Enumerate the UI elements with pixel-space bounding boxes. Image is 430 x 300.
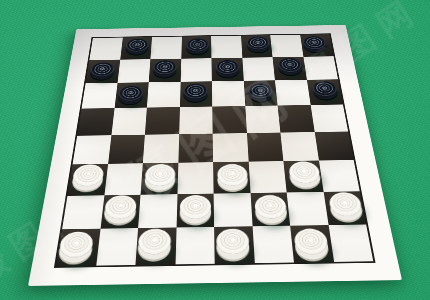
square-d4[interactable] [178,133,213,162]
black-piece[interactable] [248,83,273,99]
square-d6[interactable] [180,81,213,107]
white-piece[interactable] [294,228,330,254]
square-c8[interactable] [150,37,181,59]
white-piece[interactable] [58,231,94,257]
black-piece[interactable] [183,83,207,99]
square-e2[interactable] [214,193,253,227]
square-g1[interactable] [290,225,333,262]
white-piece[interactable] [288,162,321,184]
square-f7[interactable] [242,57,275,81]
white-piece[interactable] [254,195,287,219]
square-h5[interactable] [310,104,348,131]
square-g5[interactable] [278,105,315,132]
square-b1[interactable] [96,228,138,265]
square-f2[interactable] [250,192,290,226]
square-b7[interactable] [117,59,150,83]
square-h4[interactable] [314,131,353,160]
square-f8[interactable] [241,35,273,57]
black-piece[interactable] [246,36,269,50]
square-b2[interactable] [100,195,140,229]
square-h2[interactable] [323,191,366,225]
square-e7[interactable] [211,58,243,82]
photo-frame: 摄图网 摄图网 摄图网 [0,0,430,300]
square-c3[interactable] [141,163,178,195]
square-a6[interactable] [82,83,118,109]
square-e8[interactable] [211,36,242,58]
black-piece[interactable] [278,58,303,73]
square-c2[interactable] [138,194,177,228]
square-a8[interactable] [89,38,122,60]
square-a2[interactable] [62,195,104,229]
black-piece[interactable] [153,60,177,75]
square-a4[interactable] [73,135,112,165]
square-h8[interactable] [300,34,334,56]
square-f3[interactable] [248,161,286,193]
white-piece[interactable] [328,192,363,216]
square-a1[interactable] [56,229,100,266]
square-c1[interactable] [135,228,176,265]
white-piece[interactable] [72,164,105,186]
square-a5[interactable] [77,108,114,135]
square-b5[interactable] [111,107,147,134]
square-c5[interactable] [145,107,180,134]
square-f4[interactable] [247,132,284,161]
square-h7[interactable] [303,56,338,80]
square-f5[interactable] [245,105,280,132]
black-piece[interactable] [118,85,143,101]
board-grid [54,33,376,267]
square-h3[interactable] [319,160,360,192]
square-g6[interactable] [275,80,310,106]
square-e1[interactable] [214,227,254,264]
square-h1[interactable] [328,225,373,262]
black-piece[interactable] [125,39,148,53]
square-h6[interactable] [307,79,343,104]
white-piece[interactable] [179,195,211,219]
black-piece[interactable] [311,81,337,97]
square-b3[interactable] [104,163,143,195]
black-piece[interactable] [302,36,326,50]
square-a3[interactable] [67,164,107,196]
square-e5[interactable] [212,106,246,133]
square-b8[interactable] [120,37,152,59]
board-scene [28,25,402,286]
square-b6[interactable] [114,82,148,108]
white-piece[interactable] [103,195,136,219]
square-d1[interactable] [175,227,215,264]
white-piece[interactable] [145,164,176,186]
square-d5[interactable] [179,106,213,133]
square-e3[interactable] [213,162,250,194]
square-c7[interactable] [149,59,181,83]
square-e4[interactable] [213,133,249,162]
square-b4[interactable] [108,134,145,163]
square-f6[interactable] [243,80,277,106]
square-d2[interactable] [176,193,214,227]
white-piece[interactable] [217,164,248,186]
square-e6[interactable] [212,81,245,107]
square-g7[interactable] [273,57,307,81]
white-piece[interactable] [216,228,249,254]
square-c6[interactable] [147,82,180,108]
board-sheet [28,25,402,286]
black-piece[interactable] [90,62,115,77]
square-a7[interactable] [86,59,120,83]
square-c4[interactable] [143,134,179,163]
square-f1[interactable] [252,226,294,263]
square-d7[interactable] [180,58,212,82]
square-g4[interactable] [280,132,318,161]
square-g8[interactable] [270,35,303,57]
square-g3[interactable] [283,161,323,193]
black-piece[interactable] [216,60,239,75]
square-d3[interactable] [177,162,214,194]
square-d8[interactable] [181,36,212,58]
black-piece[interactable] [186,38,208,52]
square-g2[interactable] [287,192,329,226]
white-piece[interactable] [138,228,172,254]
